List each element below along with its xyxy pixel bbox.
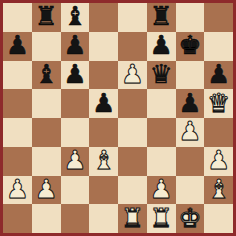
square-a3[interactable] bbox=[3, 147, 32, 176]
square-d8[interactable] bbox=[89, 3, 118, 32]
white-pawn-piece[interactable]: ♟ bbox=[178, 118, 201, 144]
square-e7[interactable] bbox=[118, 32, 147, 61]
square-d7[interactable] bbox=[89, 32, 118, 61]
square-g1[interactable]: ♚ bbox=[176, 204, 205, 233]
square-a1[interactable] bbox=[3, 204, 32, 233]
square-c2[interactable] bbox=[61, 176, 90, 205]
white-bishop-piece[interactable]: ♝ bbox=[207, 176, 230, 202]
square-g8[interactable] bbox=[176, 3, 205, 32]
black-pawn-piece[interactable]: ♟ bbox=[207, 61, 230, 87]
square-c7[interactable]: ♟ bbox=[61, 32, 90, 61]
white-pawn-piece[interactable]: ♟ bbox=[121, 61, 144, 87]
square-b7[interactable] bbox=[32, 32, 61, 61]
square-f5[interactable] bbox=[147, 89, 176, 118]
square-h3[interactable]: ♟ bbox=[204, 147, 233, 176]
square-a8[interactable] bbox=[3, 3, 32, 32]
black-rook-piece[interactable]: ♜ bbox=[34, 3, 57, 29]
square-d4[interactable] bbox=[89, 118, 118, 147]
black-pawn-piece[interactable]: ♟ bbox=[6, 32, 29, 58]
white-pawn-piece[interactable]: ♟ bbox=[207, 147, 230, 173]
square-a5[interactable] bbox=[3, 89, 32, 118]
square-c3[interactable]: ♟ bbox=[61, 147, 90, 176]
black-pawn-piece[interactable]: ♟ bbox=[92, 90, 115, 116]
board-grid: ♜♝♜♟♟♟♚♝♟♟♛♟♟♟♛♟♟♝♟♟♟♟♝♜♜♚ bbox=[3, 3, 233, 233]
square-c5[interactable] bbox=[61, 89, 90, 118]
white-queen-piece[interactable]: ♛ bbox=[207, 90, 230, 116]
square-e2[interactable] bbox=[118, 176, 147, 205]
square-f7[interactable]: ♟ bbox=[147, 32, 176, 61]
square-f1[interactable]: ♜ bbox=[147, 204, 176, 233]
black-bishop-piece[interactable]: ♝ bbox=[34, 61, 57, 87]
square-g6[interactable] bbox=[176, 61, 205, 90]
square-e1[interactable]: ♜ bbox=[118, 204, 147, 233]
white-rook-piece[interactable]: ♜ bbox=[149, 205, 172, 231]
square-f3[interactable] bbox=[147, 147, 176, 176]
white-bishop-piece[interactable]: ♝ bbox=[92, 147, 115, 173]
white-king-piece[interactable]: ♚ bbox=[178, 205, 201, 231]
square-b1[interactable] bbox=[32, 204, 61, 233]
black-pawn-piece[interactable]: ♟ bbox=[63, 61, 86, 87]
white-rook-piece[interactable]: ♜ bbox=[121, 205, 144, 231]
square-b3[interactable] bbox=[32, 147, 61, 176]
square-f8[interactable]: ♜ bbox=[147, 3, 176, 32]
square-b6[interactable]: ♝ bbox=[32, 61, 61, 90]
square-c8[interactable]: ♝ bbox=[61, 3, 90, 32]
black-rook-piece[interactable]: ♜ bbox=[149, 3, 172, 29]
white-pawn-piece[interactable]: ♟ bbox=[63, 147, 86, 173]
square-d1[interactable] bbox=[89, 204, 118, 233]
chess-board: ♜♝♜♟♟♟♚♝♟♟♛♟♟♟♛♟♟♝♟♟♟♟♝♜♜♚ bbox=[0, 0, 236, 236]
white-pawn-piece[interactable]: ♟ bbox=[34, 176, 57, 202]
black-pawn-piece[interactable]: ♟ bbox=[178, 90, 201, 116]
square-c1[interactable] bbox=[61, 204, 90, 233]
square-c6[interactable]: ♟ bbox=[61, 61, 90, 90]
square-e4[interactable] bbox=[118, 118, 147, 147]
square-g3[interactable] bbox=[176, 147, 205, 176]
square-d6[interactable] bbox=[89, 61, 118, 90]
black-pawn-piece[interactable]: ♟ bbox=[63, 32, 86, 58]
square-f6[interactable]: ♛ bbox=[147, 61, 176, 90]
black-king-piece[interactable]: ♚ bbox=[178, 32, 201, 58]
square-h7[interactable] bbox=[204, 32, 233, 61]
square-d5[interactable]: ♟ bbox=[89, 89, 118, 118]
square-h4[interactable] bbox=[204, 118, 233, 147]
square-h5[interactable]: ♛ bbox=[204, 89, 233, 118]
square-d2[interactable] bbox=[89, 176, 118, 205]
square-g4[interactable]: ♟ bbox=[176, 118, 205, 147]
square-b5[interactable] bbox=[32, 89, 61, 118]
white-pawn-piece[interactable]: ♟ bbox=[149, 176, 172, 202]
square-e8[interactable] bbox=[118, 3, 147, 32]
square-a4[interactable] bbox=[3, 118, 32, 147]
square-b8[interactable]: ♜ bbox=[32, 3, 61, 32]
square-e5[interactable] bbox=[118, 89, 147, 118]
square-g5[interactable]: ♟ bbox=[176, 89, 205, 118]
square-e3[interactable] bbox=[118, 147, 147, 176]
square-e6[interactable]: ♟ bbox=[118, 61, 147, 90]
square-h2[interactable]: ♝ bbox=[204, 176, 233, 205]
square-d3[interactable]: ♝ bbox=[89, 147, 118, 176]
white-pawn-piece[interactable]: ♟ bbox=[6, 176, 29, 202]
square-b2[interactable]: ♟ bbox=[32, 176, 61, 205]
black-queen-piece[interactable]: ♛ bbox=[149, 61, 172, 87]
square-g7[interactable]: ♚ bbox=[176, 32, 205, 61]
square-g2[interactable] bbox=[176, 176, 205, 205]
square-h1[interactable] bbox=[204, 204, 233, 233]
square-f2[interactable]: ♟ bbox=[147, 176, 176, 205]
square-a2[interactable]: ♟ bbox=[3, 176, 32, 205]
square-h8[interactable] bbox=[204, 3, 233, 32]
square-a7[interactable]: ♟ bbox=[3, 32, 32, 61]
square-a6[interactable] bbox=[3, 61, 32, 90]
square-h6[interactable]: ♟ bbox=[204, 61, 233, 90]
square-b4[interactable] bbox=[32, 118, 61, 147]
square-c4[interactable] bbox=[61, 118, 90, 147]
square-f4[interactable] bbox=[147, 118, 176, 147]
black-pawn-piece[interactable]: ♟ bbox=[149, 32, 172, 58]
black-bishop-piece[interactable]: ♝ bbox=[63, 3, 86, 29]
